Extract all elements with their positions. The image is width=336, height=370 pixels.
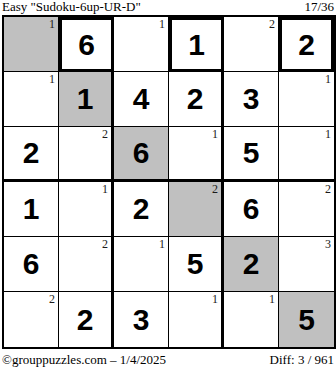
cell-digit: 2 <box>133 194 150 224</box>
pencil-mark: 1 <box>49 17 55 31</box>
cell-digit: 3 <box>133 305 150 335</box>
cell-r3c6[interactable]: 1 <box>279 127 334 182</box>
cell-r6c5[interactable]: 1 <box>224 292 279 347</box>
pencil-mark: 1 <box>159 237 165 251</box>
pencil-mark: 2 <box>269 17 275 31</box>
cell-r5c3[interactable]: 1 <box>114 237 169 292</box>
cell-r4c3[interactable]: 2 <box>114 182 169 237</box>
pencil-mark: 2 <box>102 237 108 251</box>
cell-digit: 6 <box>243 194 260 224</box>
cell-r6c6[interactable]: 5 <box>279 292 334 347</box>
cell-r5c4[interactable]: 5 <box>169 237 224 292</box>
footer: ©grouppuzzles.com – 1/4/2025 Diff: 3 / 9… <box>2 349 334 367</box>
cell-digit: 2 <box>23 138 40 168</box>
copyright-date: ©grouppuzzles.com – 1/4/2025 <box>2 353 166 367</box>
header: Easy "Sudoku-6up-UR-D" 17/36 <box>2 0 334 15</box>
pencil-mark: 2 <box>325 182 331 196</box>
cell-r4c5[interactable]: 6 <box>224 182 279 237</box>
cell-r1c4[interactable]: 1 <box>169 17 224 72</box>
cell-r2c2[interactable]: 1 <box>59 72 114 127</box>
cell-r1c1[interactable]: 1 <box>4 17 59 72</box>
cell-r3c1[interactable]: 2 <box>4 127 59 182</box>
cell-digit: 1 <box>23 194 40 224</box>
cell-digit: 6 <box>133 138 150 168</box>
cell-digit: 5 <box>298 305 315 335</box>
cell-r4c1[interactable]: 1 <box>4 182 59 237</box>
pencil-mark: 1 <box>159 17 165 31</box>
cell-r3c5[interactable]: 5 <box>224 127 279 182</box>
cell-r5c5[interactable]: 2 <box>224 237 279 292</box>
cell-r3c3[interactable]: 6 <box>114 127 169 182</box>
cell-r1c3[interactable]: 1 <box>114 17 169 72</box>
difficulty-label: Diff: 3 / 961 <box>270 353 334 367</box>
cell-digit: 2 <box>77 305 94 335</box>
cell-digit: 3 <box>243 84 260 114</box>
cell-r2c1[interactable]: 1 <box>4 72 59 127</box>
cell-digit: 4 <box>133 84 150 114</box>
pencil-mark: 1 <box>49 72 55 86</box>
cell-r3c2[interactable]: 2 <box>59 127 114 182</box>
cell-r2c3[interactable]: 4 <box>114 72 169 127</box>
cell-r4c6[interactable]: 2 <box>279 182 334 237</box>
cell-digit: 1 <box>188 30 205 60</box>
cell-digit: 5 <box>243 138 260 168</box>
sudoku-board: 161122114231226151112262621523223115 <box>2 15 336 349</box>
pencil-mark: 1 <box>102 182 108 196</box>
cell-r1c2[interactable]: 6 <box>59 17 114 72</box>
pencil-mark: 1 <box>212 292 218 306</box>
cell-digit: 5 <box>187 249 204 279</box>
cell-digit: 6 <box>23 249 40 279</box>
pencil-mark: 1 <box>325 72 331 86</box>
puzzle-title: Easy "Sudoku-6up-UR-D" <box>2 0 141 14</box>
cell-r1c5[interactable]: 2 <box>224 17 279 72</box>
cell-r3c4[interactable]: 1 <box>169 127 224 182</box>
cell-digit: 1 <box>77 84 94 114</box>
cell-r5c1[interactable]: 6 <box>4 237 59 292</box>
cell-r4c2[interactable]: 1 <box>59 182 114 237</box>
pencil-mark: 1 <box>212 127 218 141</box>
cell-r1c6[interactable]: 2 <box>279 17 334 72</box>
pencil-mark: 2 <box>212 182 218 196</box>
page: Easy "Sudoku-6up-UR-D" 17/36 16112211423… <box>0 0 336 367</box>
cell-digit: 2 <box>187 84 204 114</box>
cell-digit: 2 <box>298 30 315 60</box>
pencil-mark: 1 <box>325 127 331 141</box>
cell-r6c1[interactable]: 2 <box>4 292 59 347</box>
cell-r5c2[interactable]: 2 <box>59 237 114 292</box>
cell-r6c4[interactable]: 1 <box>169 292 224 347</box>
cell-digit: 6 <box>78 30 95 60</box>
cell-r6c2[interactable]: 2 <box>59 292 114 347</box>
cell-r2c6[interactable]: 1 <box>279 72 334 127</box>
cell-r5c6[interactable]: 3 <box>279 237 334 292</box>
cell-r2c5[interactable]: 3 <box>224 72 279 127</box>
cell-r6c3[interactable]: 3 <box>114 292 169 347</box>
puzzle-counter: 17/36 <box>304 0 334 14</box>
cell-r4c4[interactable]: 2 <box>169 182 224 237</box>
pencil-mark: 2 <box>49 292 55 306</box>
cell-digit: 2 <box>243 249 260 279</box>
pencil-mark: 3 <box>325 237 331 251</box>
cell-r2c4[interactable]: 2 <box>169 72 224 127</box>
pencil-mark: 1 <box>269 292 275 306</box>
pencil-mark: 2 <box>102 127 108 141</box>
